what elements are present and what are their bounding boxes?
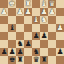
square-a4[interactable]: ♟: [56, 24, 64, 32]
square-b1[interactable]: ♛: [48, 0, 56, 8]
square-a2[interactable]: [56, 8, 64, 16]
square-g1[interactable]: ♚: [8, 0, 16, 8]
square-a1[interactable]: [56, 0, 64, 8]
square-a6[interactable]: [56, 40, 64, 48]
square-h4[interactable]: [0, 24, 8, 32]
piece-white-pawn[interactable]: ♟: [49, 8, 56, 16]
square-a8[interactable]: [56, 56, 64, 64]
piece-white-rook[interactable]: ♜: [25, 0, 32, 8]
square-c8[interactable]: ♜: [40, 56, 48, 64]
square-b4[interactable]: [48, 24, 56, 32]
piece-black-pawn[interactable]: ♟: [1, 48, 8, 56]
square-e2[interactable]: ♟: [24, 8, 32, 16]
square-h2[interactable]: ♟: [0, 8, 8, 16]
square-c5[interactable]: ♟: [40, 32, 48, 40]
square-b8[interactable]: [48, 56, 56, 64]
piece-black-rook[interactable]: ♜: [17, 56, 24, 64]
piece-white-pawn[interactable]: ♟: [1, 8, 8, 16]
square-d6[interactable]: [32, 40, 40, 48]
square-c7[interactable]: [40, 48, 48, 56]
square-d1[interactable]: [32, 0, 40, 8]
square-h6[interactable]: [0, 40, 8, 48]
square-a5[interactable]: [56, 32, 64, 40]
square-h5[interactable]: [0, 32, 8, 40]
square-d8[interactable]: ♛: [32, 56, 40, 64]
square-c3[interactable]: ♞: [40, 16, 48, 24]
piece-white-pawn[interactable]: ♟: [57, 24, 64, 32]
piece-black-pawn[interactable]: ♟: [17, 48, 24, 56]
piece-black-queen[interactable]: ♛: [33, 56, 40, 64]
square-b2[interactable]: ♟: [48, 8, 56, 16]
piece-black-pawn[interactable]: ♟: [25, 40, 32, 48]
square-d3[interactable]: ♝: [32, 16, 40, 24]
square-f2[interactable]: ♟: [16, 8, 24, 16]
square-g4[interactable]: ♝: [8, 24, 16, 32]
square-h3[interactable]: [0, 16, 8, 24]
square-a7[interactable]: ♟: [56, 48, 64, 56]
piece-black-pawn[interactable]: ♟: [33, 32, 40, 40]
square-e6[interactable]: ♟: [24, 40, 32, 48]
square-a3[interactable]: [56, 16, 64, 24]
square-h7[interactable]: ♟: [0, 48, 8, 56]
square-e8[interactable]: [24, 56, 32, 64]
square-g6[interactable]: [8, 40, 16, 48]
chess-app: ♚♜♝♛♟♟♟♟♟♝♞♝♟♟♟♞♟♟♟♟♞♟♚♜♛♜: [0, 0, 64, 64]
square-d7[interactable]: ♞: [32, 48, 40, 56]
square-f8[interactable]: ♜: [16, 56, 24, 64]
piece-white-queen[interactable]: ♛: [49, 0, 56, 8]
square-e7[interactable]: [24, 48, 32, 56]
square-b3[interactable]: [48, 16, 56, 24]
square-f7[interactable]: ♟: [16, 48, 24, 56]
square-b5[interactable]: [48, 32, 56, 40]
piece-white-pawn[interactable]: ♟: [17, 8, 24, 16]
square-d2[interactable]: [32, 8, 40, 16]
square-f3[interactable]: [16, 16, 24, 24]
square-g5[interactable]: [8, 32, 16, 40]
square-c2[interactable]: ♟: [40, 8, 48, 16]
piece-white-bishop[interactable]: ♝: [33, 16, 40, 24]
square-d4[interactable]: [32, 24, 40, 32]
square-h1[interactable]: [0, 0, 8, 8]
square-b6[interactable]: [48, 40, 56, 48]
piece-white-knight[interactable]: ♞: [41, 16, 48, 24]
piece-black-pawn[interactable]: ♟: [41, 32, 48, 40]
piece-white-king[interactable]: ♚: [9, 0, 16, 8]
square-g3[interactable]: [8, 16, 16, 24]
piece-black-king[interactable]: ♚: [9, 56, 16, 64]
square-f6[interactable]: ♞: [16, 40, 24, 48]
piece-black-rook[interactable]: ♜: [41, 56, 48, 64]
piece-black-knight[interactable]: ♞: [33, 48, 40, 56]
square-h8[interactable]: [0, 56, 8, 64]
square-e4[interactable]: [24, 24, 32, 32]
square-f5[interactable]: [16, 32, 24, 40]
square-g2[interactable]: [8, 8, 16, 16]
square-f4[interactable]: [16, 24, 24, 32]
square-d5[interactable]: ♟: [32, 32, 40, 40]
square-e3[interactable]: [24, 16, 32, 24]
square-b7[interactable]: [48, 48, 56, 56]
square-e1[interactable]: ♜: [24, 0, 32, 8]
piece-black-bishop[interactable]: ♝: [9, 24, 16, 32]
square-c1[interactable]: ♝: [40, 0, 48, 8]
square-g7[interactable]: ♟: [8, 48, 16, 56]
piece-black-pawn[interactable]: ♟: [9, 48, 16, 56]
square-c6[interactable]: [40, 40, 48, 48]
chess-board: ♚♜♝♛♟♟♟♟♟♝♞♝♟♟♟♞♟♟♟♟♞♟♚♜♛♜: [0, 0, 64, 64]
square-f1[interactable]: [16, 0, 24, 8]
square-g8[interactable]: ♚: [8, 56, 16, 64]
piece-black-knight[interactable]: ♞: [17, 40, 24, 48]
piece-black-pawn[interactable]: ♟: [57, 48, 64, 56]
square-e5[interactable]: [24, 32, 32, 40]
square-c4[interactable]: [40, 24, 48, 32]
piece-white-pawn[interactable]: ♟: [41, 8, 48, 16]
piece-white-pawn[interactable]: ♟: [25, 8, 32, 16]
piece-white-bishop[interactable]: ♝: [41, 0, 48, 8]
